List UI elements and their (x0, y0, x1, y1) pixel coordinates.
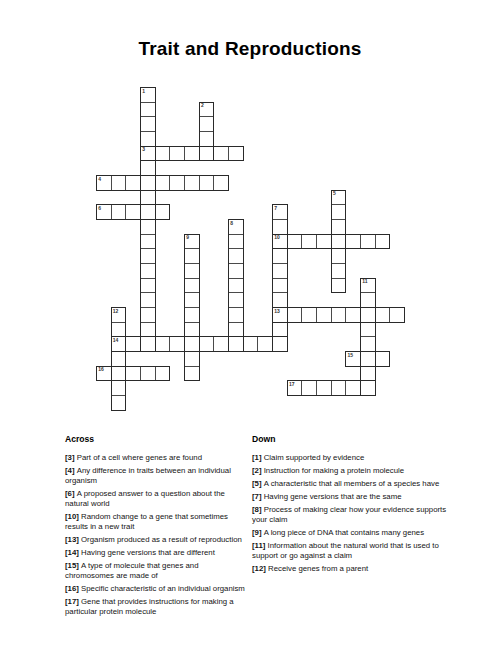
grid-cell-r6c4 (155, 175, 171, 191)
grid-cell-r10c18 (360, 234, 376, 250)
clue-down-5: [5] A characteristic that all members of… (252, 479, 448, 489)
grid-cell-r13c9 (228, 278, 244, 294)
grid-cell-r18c18 (360, 351, 376, 367)
grid-cell-r18c6 (184, 351, 200, 367)
worksheet-page: Trait and Reproductions 1234567891011121… (0, 0, 500, 647)
cell-number: 6 (98, 206, 101, 211)
grid-cell-r11c9 (228, 248, 244, 264)
grid-cell-r10c6: 9 (184, 234, 200, 250)
grid-cell-r17c2 (125, 336, 141, 352)
grid-cell-r2c3 (140, 116, 156, 132)
clue-number: [14] (65, 548, 81, 557)
grid-cell-r8c3 (140, 204, 156, 220)
across-clues-column: Across [3] Part of a cell where genes ar… (65, 434, 249, 620)
grid-cell-r8c16 (331, 204, 347, 220)
grid-cell-r14c18 (360, 292, 376, 308)
grid-cell-r17c3 (140, 336, 156, 352)
grid-cell-r4c4 (155, 146, 171, 162)
grid-cell-r14c12 (272, 292, 288, 308)
grid-cell-r17c9 (228, 336, 244, 352)
clue-number: [9] (252, 528, 264, 537)
grid-cell-r20c17 (345, 380, 361, 396)
grid-cell-r10c13 (287, 234, 303, 250)
grid-cell-r15c9 (228, 307, 244, 323)
clue-down-12: [12] Receive genes from a parent (252, 564, 448, 574)
cell-number: 1 (142, 89, 145, 94)
grid-cell-r19c18 (360, 366, 376, 382)
grid-cell-r19c6 (184, 366, 200, 382)
clue-number: [5] (252, 479, 264, 488)
grid-cell-r17c6 (184, 336, 200, 352)
grid-cell-r10c19 (375, 234, 391, 250)
grid-cell-r12c12 (272, 263, 288, 279)
clue-number: [16] (65, 584, 81, 593)
grid-cell-r12c16 (331, 263, 347, 279)
clue-number: [1] (252, 453, 264, 462)
grid-cell-r8c2 (125, 204, 141, 220)
grid-cell-r14c3 (140, 292, 156, 308)
grid-cell-r13c18: 11 (360, 278, 376, 294)
grid-cell-r1c3 (140, 102, 156, 118)
cell-number: 11 (362, 279, 367, 284)
grid-cell-r10c17 (345, 234, 361, 250)
grid-cell-r17c11 (257, 336, 273, 352)
grid-cell-r4c7 (199, 146, 215, 162)
grid-cell-r19c0: 16 (96, 366, 112, 382)
grid-cell-r21c1 (111, 395, 127, 411)
clue-number: [8] (252, 505, 264, 514)
grid-cell-r9c9: 8 (228, 219, 244, 235)
grid-cell-r15c16 (331, 307, 347, 323)
grid-cell-r11c6 (184, 248, 200, 264)
grid-cell-r10c3 (140, 234, 156, 250)
grid-cell-r16c3 (140, 322, 156, 338)
grid-cell-r10c15 (316, 234, 332, 250)
grid-cell-r0c3: 1 (140, 87, 156, 103)
grid-cell-r17c10 (243, 336, 259, 352)
grid-cell-r15c19 (375, 307, 391, 323)
clue-across-15: [15] A type of molecule that genes and c… (65, 561, 249, 581)
grid-cell-r4c5 (169, 146, 185, 162)
cell-number: 3 (142, 147, 145, 152)
cell-number: 17 (289, 382, 295, 387)
grid-cell-r4c3: 3 (140, 146, 156, 162)
grid-cell-r20c15 (316, 380, 332, 396)
grid-cell-r20c16 (331, 380, 347, 396)
grid-cell-r11c16 (331, 248, 347, 264)
grid-cell-r15c13 (287, 307, 303, 323)
grid-cell-r9c3 (140, 219, 156, 235)
grid-cell-r20c14 (301, 380, 317, 396)
grid-cell-r9c12 (272, 219, 288, 235)
clue-across-6: [6] A proposed answer to a question abou… (65, 489, 249, 509)
grid-cell-r11c3 (140, 248, 156, 264)
cell-number: 12 (113, 309, 119, 314)
clue-across-4: [4] Any difference in traits between an … (65, 466, 249, 486)
clue-across-17: [17] Gene that provides instructions for… (65, 597, 249, 617)
grid-cell-r13c16 (331, 278, 347, 294)
clue-across-10: [10] Random change to a gene that someti… (65, 512, 249, 532)
across-clue-list: [3] Part of a cell where genes are found… (65, 453, 249, 617)
cell-number: 8 (230, 221, 233, 226)
grid-cell-r13c12 (272, 278, 288, 294)
grid-cell-r13c6 (184, 278, 200, 294)
grid-cell-r14c9 (228, 292, 244, 308)
grid-cell-r6c5 (169, 175, 185, 191)
grid-cell-r19c3 (140, 366, 156, 382)
clue-across-3: [3] Part of a cell where genes are found (65, 453, 249, 463)
clue-number: [10] (65, 512, 81, 521)
cell-number: 16 (98, 367, 104, 372)
grid-cell-r8c4 (155, 204, 171, 220)
cell-number: 5 (333, 191, 336, 196)
grid-cell-r16c18 (360, 322, 376, 338)
grid-cell-r15c1: 12 (111, 307, 127, 323)
grid-cell-r16c12 (272, 322, 288, 338)
grid-cell-r15c15 (316, 307, 332, 323)
down-clue-list: [1] Claim supported by evidence[2] Instr… (252, 453, 448, 574)
grid-cell-r7c16: 5 (331, 190, 347, 206)
grid-cell-r15c18 (360, 307, 376, 323)
grid-cell-r20c18 (360, 380, 376, 396)
grid-cell-r17c12 (272, 336, 288, 352)
grid-cell-r6c7 (199, 175, 215, 191)
grid-cell-r8c12: 7 (272, 204, 288, 220)
grid-cell-r15c20 (389, 307, 405, 323)
grid-cell-r10c16 (331, 234, 347, 250)
grid-cell-r8c0: 6 (96, 204, 112, 220)
clue-number: [17] (65, 597, 81, 606)
clue-down-7: [7] Having gene versions that are the sa… (252, 492, 448, 502)
grid-cell-r6c3 (140, 175, 156, 191)
clue-down-11: [11] Information about the natural world… (252, 541, 448, 561)
clue-down-8: [8] Process of making clear how your evi… (252, 505, 448, 525)
down-clues-column: Down [1] Claim supported by evidence[2] … (252, 434, 448, 577)
clue-number: [6] (65, 489, 77, 498)
grid-cell-r10c9 (228, 234, 244, 250)
grid-cell-r4c6 (184, 146, 200, 162)
grid-cell-r16c1 (111, 322, 127, 338)
grid-cell-r19c4 (155, 366, 171, 382)
grid-cell-r9c16 (331, 219, 347, 235)
cell-number: 2 (201, 103, 204, 108)
clue-across-14: [14] Having gene versions that are diffe… (65, 548, 249, 558)
puzzle-title: Trait and Reproductions (0, 38, 500, 60)
grid-cell-r15c12: 13 (272, 307, 288, 323)
crossword-grid: 1234567891011121314151617 (96, 87, 405, 410)
grid-cell-r4c8 (213, 146, 229, 162)
grid-cell-r13c3 (140, 278, 156, 294)
grid-cell-r6c8 (213, 175, 229, 191)
cell-number: 14 (113, 338, 119, 343)
clue-number: [3] (65, 453, 77, 462)
across-header: Across (65, 434, 249, 444)
clue-number: [12] (252, 564, 268, 573)
grid-cell-r17c18 (360, 336, 376, 352)
grid-cell-r10c14 (301, 234, 317, 250)
cell-number: 4 (98, 177, 101, 182)
grid-cell-r16c9 (228, 322, 244, 338)
grid-cell-r6c0: 4 (96, 175, 112, 191)
clue-number: [15] (65, 561, 81, 570)
clue-down-2: [2] Instruction for making a protein mol… (252, 466, 448, 476)
grid-cell-r6c2 (125, 175, 141, 191)
cell-number: 13 (274, 309, 280, 314)
grid-cell-r16c6 (184, 322, 200, 338)
grid-cell-r2c7 (199, 116, 215, 132)
down-header: Down (252, 434, 448, 444)
grid-cell-r12c6 (184, 263, 200, 279)
grid-cell-r12c9 (228, 263, 244, 279)
clue-across-13: [13] Organism produced as a result of re… (65, 535, 249, 545)
grid-cell-r19c2 (125, 366, 141, 382)
grid-cell-r12c3 (140, 263, 156, 279)
cell-number: 15 (348, 353, 354, 358)
grid-cell-r4c9 (228, 146, 244, 162)
cell-number: 9 (186, 235, 189, 240)
grid-cell-r3c3 (140, 131, 156, 147)
grid-cell-r8c1 (111, 204, 127, 220)
clue-number: [11] (252, 541, 268, 550)
clue-number: [4] (65, 466, 77, 475)
grid-cell-r15c14 (301, 307, 317, 323)
clue-down-1: [1] Claim supported by evidence (252, 453, 448, 463)
grid-cell-r14c6 (184, 292, 200, 308)
grid-cell-r17c5 (169, 336, 185, 352)
grid-cell-r6c1 (111, 175, 127, 191)
grid-cell-r17c1: 14 (111, 336, 127, 352)
grid-cell-r17c4 (155, 336, 171, 352)
grid-cell-r15c6 (184, 307, 200, 323)
clue-number: [7] (252, 492, 264, 501)
clue-number: [13] (65, 535, 81, 544)
grid-cell-r19c1 (111, 366, 127, 382)
grid-cell-r15c17 (345, 307, 361, 323)
grid-cell-r5c3 (140, 160, 156, 176)
clue-number: [2] (252, 466, 264, 475)
clue-across-16: [16] Specific characteristic of an indiv… (65, 584, 249, 594)
grid-cell-r1c7: 2 (199, 102, 215, 118)
grid-cell-r20c1 (111, 380, 127, 396)
clue-down-9: [9] A long piece of DNA that contains ma… (252, 528, 448, 538)
grid-cell-r10c12: 10 (272, 234, 288, 250)
grid-cell-r18c19 (375, 351, 391, 367)
grid-cell-r18c1 (111, 351, 127, 367)
grid-cell-r6c6 (184, 175, 200, 191)
grid-cell-r18c17: 15 (345, 351, 361, 367)
cell-number: 10 (274, 235, 280, 240)
cell-number: 7 (274, 206, 277, 211)
grid-cell-r3c7 (199, 131, 215, 147)
grid-cell-r20c13: 17 (287, 380, 303, 396)
grid-cell-r11c12 (272, 248, 288, 264)
grid-cell-r7c3 (140, 190, 156, 206)
grid-cell-r15c3 (140, 307, 156, 323)
grid-cell-r17c8 (213, 336, 229, 352)
grid-cell-r17c7 (199, 336, 215, 352)
